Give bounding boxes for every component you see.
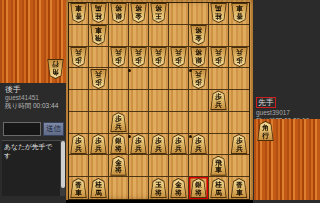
piece-kanji: 香車 <box>232 4 247 22</box>
board-cell[interactable]: 銀将 <box>109 3 129 25</box>
shogi-piece-歩兵[interactable]: 歩兵 <box>70 47 87 67</box>
board-cell[interactable]: 歩兵 <box>109 112 129 134</box>
piece-kanji: 歩兵 <box>151 48 166 66</box>
board-cell[interactable] <box>89 155 109 177</box>
piece-kanji: 金将 <box>111 157 126 175</box>
board-cell[interactable]: 飛車 <box>209 155 229 177</box>
board-cell[interactable] <box>129 25 149 47</box>
piece-kanji: 歩兵 <box>191 135 206 153</box>
board-cell[interactable]: 歩兵 <box>189 134 209 156</box>
board-cell[interactable] <box>129 112 149 134</box>
board-cell[interactable] <box>209 68 229 90</box>
shogi-piece-銀将[interactable]: 銀将 <box>110 3 127 23</box>
board-cell[interactable] <box>169 112 189 134</box>
shogi-piece-歩兵[interactable]: 歩兵 <box>210 47 227 67</box>
shogi-piece-香車[interactable]: 香車 <box>70 178 87 198</box>
board-cell[interactable]: 歩兵 <box>209 90 229 112</box>
piece-kanji: 桂馬 <box>211 4 226 22</box>
piece-kanji: 玉将 <box>151 179 166 197</box>
board-cell[interactable] <box>89 112 109 134</box>
board-cell[interactable]: 歩兵 <box>229 134 249 156</box>
piece-kanji: 歩兵 <box>91 135 106 153</box>
shogi-piece-角行[interactable]: 角行 <box>257 121 274 141</box>
sente-label-turn-indicator: 先手 <box>256 97 276 108</box>
board-cell[interactable]: 歩兵 <box>129 134 149 156</box>
board-cell[interactable] <box>169 155 189 177</box>
chat-message: あなたが先手です <box>2 141 65 160</box>
piece-kanji: 歩兵 <box>71 135 86 153</box>
board-cell[interactable] <box>189 3 209 25</box>
send-button[interactable]: 送信 <box>43 122 64 136</box>
piece-kanji: 歩兵 <box>211 91 226 109</box>
board-cell[interactable] <box>149 90 169 112</box>
piece-kanji: 飛車 <box>211 157 226 175</box>
piece-kanji: 王将 <box>151 4 166 22</box>
piece-kanji: 金将 <box>191 26 206 44</box>
gote-label: 後手 <box>5 85 58 94</box>
piece-kanji: 銀将 <box>111 135 126 153</box>
board-cell[interactable] <box>229 25 249 47</box>
board-cell[interactable]: 飛車 <box>89 25 109 47</box>
board-cell[interactable] <box>129 90 149 112</box>
shogi-piece-歩兵[interactable]: 歩兵 <box>150 47 167 67</box>
board-cell[interactable] <box>89 47 109 69</box>
piece-kanji: 歩兵 <box>232 135 247 153</box>
chat-scrollbar[interactable] <box>60 141 65 196</box>
shogi-piece-角行[interactable]: 角行 <box>47 59 64 79</box>
star-point <box>189 69 192 72</box>
board-cell[interactable]: 歩兵 <box>169 134 189 156</box>
shogi-piece-桂馬[interactable]: 桂馬 <box>90 3 107 23</box>
chat-input[interactable] <box>3 122 41 136</box>
shogi-piece-歩兵[interactable]: 歩兵 <box>130 134 147 154</box>
board-cell[interactable] <box>129 155 149 177</box>
board-cell[interactable]: 金将 <box>129 3 149 25</box>
piece-kanji: 金将 <box>131 4 146 22</box>
board-cell[interactable] <box>149 68 169 90</box>
star-point <box>128 69 131 72</box>
gote-info: 後手 guest41451 残り時間 00:03:44 <box>5 85 58 110</box>
shogi-piece-金将[interactable]: 金将 <box>170 178 187 198</box>
board-cell[interactable]: 香車 <box>69 177 89 199</box>
piece-kanji: 歩兵 <box>191 70 206 88</box>
board-cell[interactable] <box>109 90 129 112</box>
shogi-piece-香車[interactable]: 香車 <box>231 178 248 198</box>
shogi-piece-歩兵[interactable]: 歩兵 <box>170 134 187 154</box>
shogi-piece-飛車[interactable]: 飛車 <box>90 25 107 45</box>
piece-kanji: 桂馬 <box>91 179 106 197</box>
board-cell[interactable] <box>209 134 229 156</box>
shogi-piece-玉将[interactable]: 玉将 <box>150 178 167 198</box>
board-cell[interactable]: 桂馬 <box>89 3 109 25</box>
board-cell[interactable] <box>69 25 89 47</box>
board-cell[interactable]: 金将 <box>169 177 189 199</box>
board-cell[interactable]: 歩兵 <box>149 47 169 69</box>
shogi-piece-飛車[interactable]: 飛車 <box>210 156 227 176</box>
board-cell[interactable]: 歩兵 <box>129 47 149 69</box>
shogi-piece-金将[interactable]: 金将 <box>110 156 127 176</box>
shogi-piece-銀将[interactable]: 銀将 <box>190 47 207 67</box>
shogi-piece-歩兵[interactable]: 歩兵 <box>110 112 127 132</box>
board-cell[interactable] <box>209 25 229 47</box>
shogi-piece-桂馬[interactable]: 桂馬 <box>90 178 107 198</box>
board-cell[interactable]: 桂馬 <box>209 3 229 25</box>
shogi-piece-歩兵[interactable]: 歩兵 <box>170 47 187 67</box>
shogi-piece-香車[interactable]: 香車 <box>70 3 87 23</box>
chat-log: あなたが先手です <box>2 140 65 196</box>
board-cell[interactable] <box>169 25 189 47</box>
shogi-piece-王将[interactable]: 王将 <box>150 3 167 23</box>
board-cell[interactable]: 歩兵 <box>229 47 249 69</box>
board-cell[interactable]: 歩兵 <box>149 134 169 156</box>
board-cell[interactable] <box>169 3 189 25</box>
board-cell[interactable] <box>189 112 209 134</box>
piece-kanji: 歩兵 <box>211 48 226 66</box>
shogi-piece-歩兵[interactable]: 歩兵 <box>231 134 248 154</box>
piece-kanji: 歩兵 <box>71 48 86 66</box>
board-cell[interactable] <box>109 177 129 199</box>
board-cell[interactable]: 歩兵 <box>89 134 109 156</box>
board-cell[interactable] <box>209 112 229 134</box>
shogi-piece-金将[interactable]: 金将 <box>190 25 207 45</box>
board-cell[interactable] <box>229 155 249 177</box>
sente-username: guest39017 <box>256 109 309 117</box>
board-grid: 香車桂馬銀将金将王将桂馬香車飛車金将歩兵歩兵歩兵歩兵歩兵銀将歩兵歩兵歩兵歩兵歩兵… <box>68 2 250 200</box>
board-cell[interactable]: 銀将 <box>109 134 129 156</box>
board-cell[interactable]: 金将 <box>109 155 129 177</box>
shogi-piece-歩兵[interactable]: 歩兵 <box>190 134 207 154</box>
piece-kanji: 歩兵 <box>232 48 247 66</box>
piece-kanji: 桂馬 <box>91 4 106 22</box>
shogi-piece-香車[interactable]: 香車 <box>231 3 248 23</box>
board-cell[interactable] <box>129 177 149 199</box>
piece-kanji: 角行 <box>258 122 273 140</box>
board-cell[interactable] <box>69 112 89 134</box>
shogi-piece-歩兵[interactable]: 歩兵 <box>231 47 248 67</box>
sente-panel: 先手 guest39017 残り時間 00:09:19 角行 <box>253 0 320 203</box>
piece-kanji: 桂馬 <box>211 179 226 197</box>
piece-kanji: 金将 <box>171 179 186 197</box>
shogi-piece-歩兵[interactable]: 歩兵 <box>110 47 127 67</box>
board-cell[interactable]: 歩兵 <box>189 68 209 90</box>
gote-remaining-time: 残り時間 00:03:44 <box>5 102 58 110</box>
piece-kanji: 銀将 <box>191 48 206 66</box>
shogi-piece-歩兵[interactable]: 歩兵 <box>150 134 167 154</box>
shogi-game-window: 角行 後手 guest41451 残り時間 00:03:44 送信 あなたが先手… <box>0 0 320 203</box>
board-cell[interactable]: 歩兵 <box>69 47 89 69</box>
star-point <box>128 135 131 138</box>
board-cell[interactable] <box>149 25 169 47</box>
piece-kanji: 銀将 <box>191 179 206 197</box>
board-cell[interactable] <box>69 155 89 177</box>
shogi-piece-歩兵[interactable]: 歩兵 <box>130 47 147 67</box>
shogi-board: 香車桂馬銀将金将王将桂馬香車飛車金将歩兵歩兵歩兵歩兵歩兵銀将歩兵歩兵歩兵歩兵歩兵… <box>66 0 253 200</box>
board-cell[interactable] <box>149 155 169 177</box>
shogi-piece-歩兵[interactable]: 歩兵 <box>190 69 207 89</box>
piece-kanji: 歩兵 <box>131 135 146 153</box>
board-cell[interactable] <box>109 25 129 47</box>
board-cell[interactable] <box>229 90 249 112</box>
piece-kanji: 銀将 <box>111 4 126 22</box>
piece-kanji: 歩兵 <box>171 48 186 66</box>
gote-username: guest41451 <box>5 94 58 102</box>
board-cell[interactable] <box>69 68 89 90</box>
shogi-piece-銀将[interactable]: 銀将 <box>190 178 207 198</box>
board-cell[interactable] <box>229 112 249 134</box>
chat-scrollbar-thumb[interactable] <box>61 141 65 188</box>
piece-kanji: 歩兵 <box>111 48 126 66</box>
board-cell[interactable]: 香車 <box>69 3 89 25</box>
board-cell[interactable]: 歩兵 <box>169 47 189 69</box>
board-cell[interactable]: 香車 <box>229 3 249 25</box>
board-cell[interactable]: 銀将 <box>189 177 209 199</box>
board-cell[interactable]: 玉将 <box>149 177 169 199</box>
piece-kanji: 香車 <box>71 179 86 197</box>
board-cell[interactable] <box>69 90 89 112</box>
shogi-piece-歩兵[interactable]: 歩兵 <box>70 134 87 154</box>
board-cell[interactable] <box>129 68 149 90</box>
shogi-piece-金将[interactable]: 金将 <box>130 3 147 23</box>
board-cell[interactable] <box>229 68 249 90</box>
board-cell[interactable] <box>109 68 129 90</box>
shogi-piece-桂馬[interactable]: 桂馬 <box>210 3 227 23</box>
board-cell[interactable] <box>189 90 209 112</box>
star-point <box>189 135 192 138</box>
board-cell[interactable]: 銀将 <box>189 47 209 69</box>
piece-kanji: 歩兵 <box>111 113 126 131</box>
piece-kanji: 歩兵 <box>91 70 106 88</box>
board-cell[interactable]: 金将 <box>189 25 209 47</box>
board-cell[interactable]: 桂馬 <box>209 177 229 199</box>
board-cell[interactable] <box>89 90 109 112</box>
board-cell[interactable]: 王将 <box>149 3 169 25</box>
piece-kanji: 香車 <box>232 179 247 197</box>
board-cell[interactable] <box>169 90 189 112</box>
board-cell[interactable]: 香車 <box>229 177 249 199</box>
chat-messages: あなたが先手です <box>2 141 65 160</box>
shogi-piece-歩兵[interactable]: 歩兵 <box>90 134 107 154</box>
shogi-piece-歩兵[interactable]: 歩兵 <box>210 90 227 110</box>
board-cell[interactable]: 桂馬 <box>89 177 109 199</box>
gote-captured-pieces-tray: 角行 <box>0 0 66 83</box>
shogi-piece-歩兵[interactable]: 歩兵 <box>90 69 107 89</box>
board-cell[interactable] <box>149 112 169 134</box>
piece-kanji: 歩兵 <box>131 48 146 66</box>
board-cell[interactable] <box>169 68 189 90</box>
board-cell[interactable] <box>189 155 209 177</box>
piece-kanji: 歩兵 <box>171 135 186 153</box>
board-cell[interactable]: 歩兵 <box>89 68 109 90</box>
piece-kanji: 角行 <box>48 60 63 78</box>
piece-kanji: 香車 <box>71 4 86 22</box>
shogi-piece-桂馬[interactable]: 桂馬 <box>210 178 227 198</box>
gote-panel: 角行 後手 guest41451 残り時間 00:03:44 送信 あなたが先手… <box>0 0 66 203</box>
sente-captured-pieces-tray: 角行 <box>254 119 320 200</box>
board-cell[interactable]: 歩兵 <box>209 47 229 69</box>
board-cell[interactable]: 歩兵 <box>109 47 129 69</box>
board-cell[interactable]: 歩兵 <box>69 134 89 156</box>
chat-input-row: 送信 <box>3 122 65 136</box>
shogi-piece-銀将[interactable]: 銀将 <box>110 134 127 154</box>
piece-kanji: 歩兵 <box>151 135 166 153</box>
piece-kanji: 飛車 <box>91 26 106 44</box>
